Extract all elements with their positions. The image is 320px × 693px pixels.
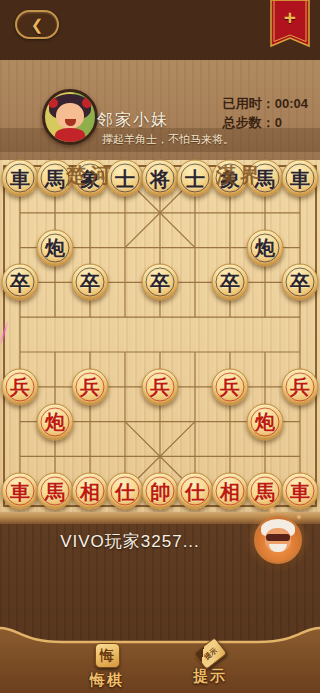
opponent-name: 邻家小妹 [97, 110, 169, 131]
piece-black-r0c4[interactable]: 将 [142, 160, 179, 197]
undo-icon: 悔 [95, 643, 120, 668]
tray-shape [0, 613, 320, 693]
piece-black-r0c0[interactable]: 車 [2, 160, 39, 197]
piece-red-r9c8[interactable]: 車 [282, 473, 319, 510]
piece-red-r9c6[interactable]: 相 [212, 473, 249, 510]
piece-black-r3c0[interactable]: 卒 [2, 264, 39, 301]
spark-icon [268, 506, 276, 514]
piece-black-r3c8[interactable]: 卒 [282, 264, 319, 301]
river-label-left: 楚河 [55, 161, 125, 189]
piece-black-r2c1[interactable]: 炮 [37, 229, 74, 266]
back-arrow-icon: ❮ [31, 16, 44, 34]
piece-red-r7c7[interactable]: 炮 [247, 403, 284, 440]
action-tray: 悔 悔棋 提示 提示 [0, 613, 320, 693]
hint-label: 提示 [193, 667, 227, 686]
piece-red-r7c1[interactable]: 炮 [37, 403, 74, 440]
piece-red-r6c4[interactable]: 兵 [142, 368, 179, 405]
game-stats: 已用时：00:04 总步数：0 [223, 94, 308, 132]
piece-red-r9c3[interactable]: 仕 [107, 473, 144, 510]
time-used-value: 00:04 [275, 96, 308, 111]
piece-black-r3c2[interactable]: 卒 [72, 264, 109, 301]
river-label-right: 漢界 [205, 161, 275, 189]
piece-red-r6c8[interactable]: 兵 [282, 368, 319, 405]
piece-black-r0c8[interactable]: 車 [282, 160, 319, 197]
piece-red-r9c5[interactable]: 仕 [177, 473, 214, 510]
avatar-shirt [55, 128, 85, 144]
hint-icon-text: 提示 [201, 645, 218, 661]
piece-red-r9c7[interactable]: 馬 [247, 473, 284, 510]
undo-icon-char: 悔 [100, 647, 114, 665]
time-used-row: 已用时：00:04 [223, 94, 308, 113]
avatar-bun [48, 98, 58, 108]
piece-red-r6c0[interactable]: 兵 [2, 368, 39, 405]
plus-icon: + [270, 6, 310, 30]
piece-red-r9c2[interactable]: 相 [72, 473, 109, 510]
piece-red-r9c4[interactable]: 帥 [142, 473, 179, 510]
opponent-tagline: 撑起羊角士，不怕马来将。 [102, 132, 234, 147]
piece-black-r2c7[interactable]: 炮 [247, 229, 284, 266]
piece-red-r9c1[interactable]: 馬 [37, 473, 74, 510]
avatar-sunglasses [266, 534, 290, 541]
add-ribbon-button[interactable]: + [270, 0, 310, 48]
xiangqi-board[interactable]: 車馬象士将士象馬車炮炮卒卒卒卒卒兵兵兵兵兵炮炮車馬相仕帥仕相馬車 [0, 160, 320, 512]
top-bar: ❮ + [0, 0, 320, 60]
board-grid [0, 160, 320, 512]
spark-icon [296, 514, 302, 520]
piece-red-r9c0[interactable]: 車 [2, 473, 39, 510]
move-count-label: 总步数： [223, 115, 275, 130]
opponent-avatar[interactable] [42, 89, 98, 145]
avatar-bun [82, 98, 92, 108]
piece-black-r3c4[interactable]: 卒 [142, 264, 179, 301]
move-count-value: 0 [275, 115, 282, 130]
piece-black-r3c6[interactable]: 卒 [212, 264, 249, 301]
time-used-label: 已用时： [223, 96, 275, 111]
back-button[interactable]: ❮ [15, 10, 59, 39]
piece-red-r6c6[interactable]: 兵 [212, 368, 249, 405]
player-name: VIVO玩家3257... [0, 530, 260, 553]
move-count-row: 总步数：0 [223, 113, 308, 132]
piece-red-r6c2[interactable]: 兵 [72, 368, 109, 405]
undo-label: 悔棋 [90, 671, 124, 690]
undo-button[interactable]: 悔 悔棋 [75, 643, 139, 690]
hint-button[interactable]: 提示 提示 [178, 643, 242, 686]
player-avatar[interactable] [254, 516, 302, 564]
